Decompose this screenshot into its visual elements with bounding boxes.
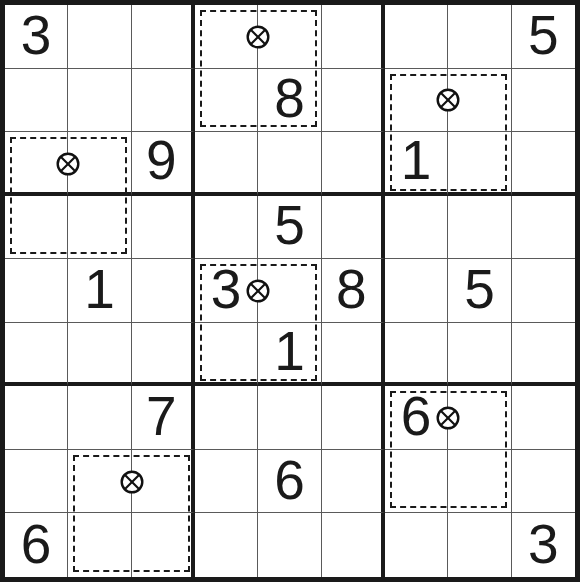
- cell-r2c1[interactable]: [5, 69, 68, 133]
- given-digit: 9: [146, 133, 177, 188]
- cell-r5c9[interactable]: [512, 259, 575, 323]
- cell-r2c4[interactable]: [195, 69, 258, 133]
- cell-r1c5[interactable]: [258, 5, 321, 69]
- cell-r5c3[interactable]: [132, 259, 195, 323]
- cell-r2c3[interactable]: [132, 69, 195, 133]
- cell-r1c1[interactable]: 3: [5, 5, 68, 69]
- cell-r7c5[interactable]: [258, 386, 321, 450]
- cell-r3c8[interactable]: [448, 132, 511, 196]
- cell-r3c4[interactable]: [195, 132, 258, 196]
- given-digit: 6: [401, 389, 432, 444]
- cell-r6c7[interactable]: [385, 323, 448, 387]
- cell-r6c2[interactable]: [68, 323, 131, 387]
- cell-r7c1[interactable]: [5, 386, 68, 450]
- cell-r1c8[interactable]: [448, 5, 511, 69]
- cell-r8c8[interactable]: [448, 450, 511, 514]
- cell-r9c1[interactable]: 6: [5, 513, 68, 577]
- cell-r9c9[interactable]: 3: [512, 513, 575, 577]
- cell-r7c6[interactable]: [322, 386, 385, 450]
- cell-r4c2[interactable]: [68, 196, 131, 260]
- cell-r3c3[interactable]: 9: [132, 132, 195, 196]
- cell-r7c7[interactable]: 6: [385, 386, 448, 450]
- given-digit: 3: [211, 262, 242, 317]
- cell-r3c5[interactable]: [258, 132, 321, 196]
- cell-r5c5[interactable]: [258, 259, 321, 323]
- cell-r6c1[interactable]: [5, 323, 68, 387]
- cell-r5c1[interactable]: [5, 259, 68, 323]
- cell-r6c5[interactable]: 1: [258, 323, 321, 387]
- cell-r5c8[interactable]: 5: [448, 259, 511, 323]
- cell-r9c3[interactable]: [132, 513, 195, 577]
- cell-r9c8[interactable]: [448, 513, 511, 577]
- cell-r3c1[interactable]: [5, 132, 68, 196]
- cell-r9c2[interactable]: [68, 513, 131, 577]
- cell-r8c6[interactable]: [322, 450, 385, 514]
- cell-r9c7[interactable]: [385, 513, 448, 577]
- cell-r9c6[interactable]: [322, 513, 385, 577]
- cell-r2c9[interactable]: [512, 69, 575, 133]
- cell-r2c7[interactable]: [385, 69, 448, 133]
- cell-r3c6[interactable]: [322, 132, 385, 196]
- cell-r4c4[interactable]: [195, 196, 258, 260]
- given-digit: 8: [274, 71, 305, 126]
- cell-r8c2[interactable]: [68, 450, 131, 514]
- given-digit: 1: [84, 262, 115, 317]
- cell-r8c5[interactable]: 6: [258, 450, 321, 514]
- given-digit: 3: [21, 8, 52, 63]
- cell-r2c6[interactable]: [322, 69, 385, 133]
- given-digit: 5: [528, 8, 559, 63]
- cell-r1c6[interactable]: [322, 5, 385, 69]
- cell-r1c3[interactable]: [132, 5, 195, 69]
- cell-r9c4[interactable]: [195, 513, 258, 577]
- given-digit: 5: [274, 198, 305, 253]
- cell-r4c1[interactable]: [5, 196, 68, 260]
- cell-r6c9[interactable]: [512, 323, 575, 387]
- given-digit: 5: [464, 262, 495, 317]
- cell-r5c2[interactable]: 1: [68, 259, 131, 323]
- sudoku-grid: 3589151385176663: [5, 5, 575, 577]
- sudoku-board: 3589151385176663: [0, 0, 580, 582]
- cell-r3c9[interactable]: [512, 132, 575, 196]
- cell-r1c9[interactable]: 5: [512, 5, 575, 69]
- cell-r5c7[interactable]: [385, 259, 448, 323]
- cell-r3c7[interactable]: 1: [385, 132, 448, 196]
- cell-r6c8[interactable]: [448, 323, 511, 387]
- cell-r3c2[interactable]: [68, 132, 131, 196]
- cell-r4c9[interactable]: [512, 196, 575, 260]
- cell-r7c3[interactable]: 7: [132, 386, 195, 450]
- cell-r8c1[interactable]: [5, 450, 68, 514]
- cell-r7c2[interactable]: [68, 386, 131, 450]
- given-digit: 1: [401, 133, 432, 188]
- cell-r2c5[interactable]: 8: [258, 69, 321, 133]
- given-digit: 1: [274, 324, 305, 379]
- cell-r7c8[interactable]: [448, 386, 511, 450]
- given-digit: 7: [146, 389, 177, 444]
- cell-r6c4[interactable]: [195, 323, 258, 387]
- cell-r4c7[interactable]: [385, 196, 448, 260]
- cell-r8c9[interactable]: [512, 450, 575, 514]
- cell-r4c3[interactable]: [132, 196, 195, 260]
- cell-r4c6[interactable]: [322, 196, 385, 260]
- cell-r5c6[interactable]: 8: [322, 259, 385, 323]
- cell-r8c4[interactable]: [195, 450, 258, 514]
- given-digit: 6: [21, 517, 52, 572]
- given-digit: 6: [274, 453, 305, 508]
- cell-r2c8[interactable]: [448, 69, 511, 133]
- cell-r8c3[interactable]: [132, 450, 195, 514]
- cell-r1c4[interactable]: [195, 5, 258, 69]
- cell-r2c2[interactable]: [68, 69, 131, 133]
- given-digit: 3: [528, 517, 559, 572]
- cell-r8c7[interactable]: [385, 450, 448, 514]
- cell-r6c3[interactable]: [132, 323, 195, 387]
- cell-r7c4[interactable]: [195, 386, 258, 450]
- cell-r1c7[interactable]: [385, 5, 448, 69]
- cell-r4c8[interactable]: [448, 196, 511, 260]
- cell-r5c4[interactable]: 3: [195, 259, 258, 323]
- given-digit: 8: [336, 262, 367, 317]
- cell-r7c9[interactable]: [512, 386, 575, 450]
- cell-r1c2[interactable]: [68, 5, 131, 69]
- cell-r4c5[interactable]: 5: [258, 196, 321, 260]
- cell-r6c6[interactable]: [322, 323, 385, 387]
- cell-r9c5[interactable]: [258, 513, 321, 577]
